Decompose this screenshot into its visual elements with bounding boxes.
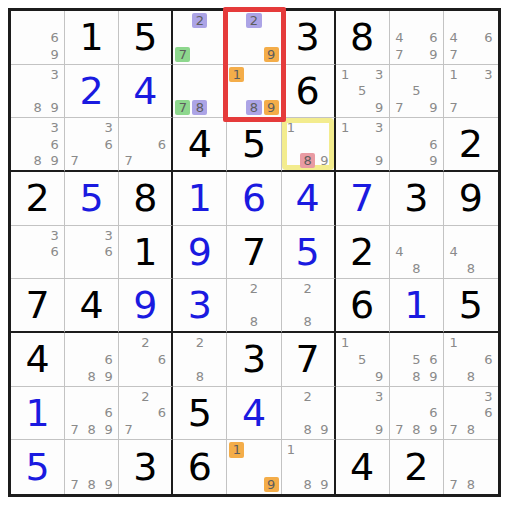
candidate-6: 6 [425, 136, 442, 153]
empty-candidate-slot [354, 368, 371, 385]
candidate-5: 5 [408, 83, 425, 100]
candidate-7: 7 [445, 99, 462, 116]
candidates-grid: 78 [445, 441, 497, 493]
cell-r3c6[interactable]: 189 [282, 118, 336, 172]
cell-r5c7[interactable]: 2 [336, 226, 390, 280]
empty-candidate-slot [337, 99, 354, 116]
candidate-6: 6 [100, 351, 117, 368]
cell-r4c5[interactable]: 6 [227, 172, 281, 226]
empty-candidate-slot [245, 459, 262, 476]
empty-candidate-slot [283, 388, 300, 405]
cell-r7c5[interactable]: 3 [227, 333, 281, 387]
cell-r2c1[interactable]: 389 [11, 65, 65, 119]
given-digit: 2 [444, 118, 498, 170]
empty-candidate-slot [174, 66, 191, 83]
candidates-grid: 69 [391, 119, 442, 169]
candidate-3: 3 [46, 119, 63, 136]
candidate-1: 1 [445, 334, 462, 351]
cell-r9c8[interactable]: 2 [390, 440, 444, 494]
cell-r3c1[interactable]: 3689 [11, 118, 65, 172]
empty-candidate-slot [120, 119, 137, 136]
candidate-7: 7 [391, 421, 408, 438]
candidate-9: 9 [46, 46, 63, 63]
cell-r6c5[interactable]: 28 [227, 279, 281, 333]
given-digit: 5 [444, 279, 498, 331]
candidates-grid: 579 [391, 66, 442, 117]
empty-candidate-slot [354, 66, 371, 83]
candidate-9: 9 [371, 368, 388, 385]
empty-candidate-slot [208, 12, 225, 29]
empty-candidate-slot [137, 368, 154, 385]
empty-candidate-slot [12, 260, 29, 277]
cell-r6c9[interactable]: 5 [444, 279, 498, 333]
empty-candidate-slot [391, 388, 408, 405]
cell-r8c4[interactable]: 5 [173, 387, 227, 441]
cell-r3c7[interactable]: 139 [336, 118, 390, 172]
empty-candidate-slot [228, 476, 245, 493]
candidate-8: 8 [29, 99, 46, 116]
given-digit: 7 [11, 279, 64, 331]
empty-candidate-slot [408, 388, 425, 405]
empty-candidate-slot [408, 244, 425, 261]
empty-candidate-slot [12, 83, 29, 100]
candidate-7: 7 [445, 476, 462, 493]
candidates-grid: 36 [66, 227, 117, 278]
cell-r1c9[interactable]: 467 [444, 11, 498, 65]
candidates-grid: 28 [174, 334, 225, 385]
cell-r3c4[interactable]: 4 [173, 118, 227, 172]
cell-r7c8[interactable]: 5689 [390, 333, 444, 387]
cell-r6c2[interactable]: 4 [65, 279, 119, 333]
candidate-9: 9 [425, 421, 442, 438]
candidates-grid: 78 [174, 66, 225, 117]
given-digit: 8 [336, 11, 389, 64]
empty-candidate-slot [337, 388, 354, 405]
empty-candidate-slot [174, 83, 191, 100]
cell-r4c8[interactable]: 3 [390, 172, 444, 226]
empty-candidate-slot [245, 66, 262, 83]
empty-candidate-slot [391, 227, 408, 244]
candidate-1: 1 [283, 441, 300, 458]
empty-candidate-slot [100, 260, 117, 277]
cell-r2c8[interactable]: 579 [390, 65, 444, 119]
cell-r6c4[interactable]: 3 [173, 279, 227, 333]
candidate-7: 7 [175, 100, 190, 115]
cell-r9c3[interactable]: 3 [119, 440, 173, 494]
solved-digit: 1 [390, 279, 443, 331]
given-digit: 2 [11, 172, 64, 225]
empty-candidate-slot [100, 459, 117, 476]
candidates-grid: 39 [337, 388, 388, 439]
empty-candidate-slot [283, 313, 300, 330]
empty-candidate-slot [391, 260, 408, 277]
candidate-7: 7 [445, 46, 462, 63]
empty-candidate-slot [208, 99, 225, 116]
empty-candidate-slot [337, 421, 354, 438]
empty-candidate-slot [480, 476, 497, 493]
empty-candidate-slot [208, 334, 225, 351]
empty-candidate-slot [120, 405, 137, 422]
empty-candidate-slot [263, 29, 280, 46]
empty-candidate-slot [100, 441, 117, 458]
empty-candidate-slot [480, 99, 497, 116]
candidate-9: 9 [264, 100, 279, 115]
candidates-grid: 159 [337, 334, 388, 385]
given-digit: 4 [336, 440, 389, 494]
empty-candidate-slot [445, 227, 462, 244]
empty-candidate-slot [154, 152, 171, 169]
candidates-grid: 189 [283, 441, 333, 493]
empty-candidate-slot [462, 227, 479, 244]
given-digit: 3 [227, 333, 280, 386]
empty-candidate-slot [425, 119, 442, 136]
empty-candidate-slot [29, 227, 46, 244]
empty-candidate-slot [354, 99, 371, 116]
empty-candidate-slot [29, 12, 46, 29]
empty-candidate-slot [445, 459, 462, 476]
empty-candidate-slot [425, 260, 442, 277]
empty-candidate-slot [12, 12, 29, 29]
candidate-6: 6 [480, 351, 497, 368]
given-digit: 5 [119, 11, 171, 64]
empty-candidate-slot [462, 388, 479, 405]
cell-r9c7[interactable]: 4 [336, 440, 390, 494]
empty-candidate-slot [445, 83, 462, 100]
empty-candidate-slot [263, 83, 280, 100]
empty-candidate-slot [66, 351, 83, 368]
candidates-grid: 48 [445, 227, 497, 278]
cell-r3c5[interactable]: 5 [227, 118, 281, 172]
cell-r6c3[interactable]: 9 [119, 279, 173, 333]
cell-r8c2[interactable]: 6789 [65, 387, 119, 441]
cell-r8c1[interactable]: 1 [11, 387, 65, 441]
cell-r5c3[interactable]: 1 [119, 226, 173, 280]
empty-candidate-slot [391, 66, 408, 83]
empty-candidate-slot [391, 368, 408, 385]
empty-candidate-slot [391, 12, 408, 29]
empty-candidate-slot [120, 368, 137, 385]
given-digit: 9 [444, 172, 498, 225]
cell-r5c6[interactable]: 5 [282, 226, 336, 280]
cell-r6c6[interactable]: 28 [282, 279, 336, 333]
empty-candidate-slot [120, 388, 137, 405]
cell-r3c8[interactable]: 69 [390, 118, 444, 172]
empty-candidate-slot [29, 260, 46, 277]
cell-r1c1[interactable]: 69 [11, 11, 65, 65]
empty-candidate-slot [46, 83, 63, 100]
empty-candidate-slot [120, 351, 137, 368]
empty-candidate-slot [154, 334, 171, 351]
cell-r2c5[interactable]: 189 [227, 65, 281, 119]
empty-candidate-slot [83, 459, 100, 476]
candidate-8: 8 [83, 421, 100, 438]
cell-r5c1[interactable]: 36 [11, 226, 65, 280]
cell-r5c8[interactable]: 48 [390, 226, 444, 280]
empty-candidate-slot [354, 405, 371, 422]
candidate-9: 9 [316, 421, 333, 438]
empty-candidate-slot [12, 227, 29, 244]
cell-r7c1[interactable]: 4 [11, 333, 65, 387]
empty-candidate-slot [66, 441, 83, 458]
empty-candidate-slot [137, 351, 154, 368]
cell-r7c6[interactable]: 7 [282, 333, 336, 387]
cell-r1c6[interactable]: 3 [282, 11, 336, 65]
candidates-grid: 19 [228, 441, 279, 493]
candidate-5: 5 [354, 83, 371, 100]
empty-candidate-slot [154, 421, 171, 438]
empty-candidate-slot [371, 405, 388, 422]
cell-r2c6[interactable]: 6 [282, 65, 336, 119]
empty-candidate-slot [66, 368, 83, 385]
empty-candidate-slot [316, 119, 333, 136]
candidate-9: 9 [100, 421, 117, 438]
empty-candidate-slot [83, 136, 100, 153]
empty-candidate-slot [337, 136, 354, 153]
candidate-5: 5 [408, 351, 425, 368]
cell-r2c9[interactable]: 137 [444, 65, 498, 119]
cell-r8c7[interactable]: 39 [336, 387, 390, 441]
empty-candidate-slot [425, 227, 442, 244]
empty-candidate-slot [299, 459, 316, 476]
candidates-grid: 689 [66, 334, 117, 385]
cell-r2c4[interactable]: 78 [173, 65, 227, 119]
cell-r4c2[interactable]: 5 [65, 172, 119, 226]
empty-candidate-slot [66, 227, 83, 244]
empty-candidate-slot [228, 459, 245, 476]
solved-digit: 7 [336, 172, 389, 225]
cell-r7c9[interactable]: 168 [444, 333, 498, 387]
candidate-7: 7 [175, 47, 190, 62]
empty-candidate-slot [480, 368, 497, 385]
empty-candidate-slot [83, 351, 100, 368]
empty-candidate-slot [316, 297, 333, 314]
empty-candidate-slot [480, 12, 497, 29]
cell-r5c2[interactable]: 36 [65, 226, 119, 280]
candidate-6: 6 [480, 405, 497, 422]
empty-candidate-slot [462, 99, 479, 116]
candidate-7: 7 [391, 99, 408, 116]
empty-candidate-slot [29, 136, 46, 153]
empty-candidate-slot [391, 152, 408, 169]
candidate-2: 2 [299, 388, 316, 405]
cell-r3c2[interactable]: 367 [65, 118, 119, 172]
empty-candidate-slot [228, 83, 245, 100]
empty-candidate-slot [445, 260, 462, 277]
cell-r8c5[interactable]: 4 [227, 387, 281, 441]
empty-candidate-slot [462, 405, 479, 422]
candidates-grid: 28 [228, 280, 279, 330]
cell-r9c4[interactable]: 6 [173, 440, 227, 494]
cell-r9c9[interactable]: 78 [444, 440, 498, 494]
empty-candidate-slot [408, 46, 425, 63]
empty-candidate-slot [480, 459, 497, 476]
cell-r2c7[interactable]: 1359 [336, 65, 390, 119]
cell-r6c7[interactable]: 6 [336, 279, 390, 333]
empty-candidate-slot [283, 297, 300, 314]
cell-r1c2[interactable]: 1 [65, 11, 119, 65]
cell-r2c3[interactable]: 4 [119, 65, 173, 119]
cell-r6c1[interactable]: 7 [11, 279, 65, 333]
solved-digit: 2 [65, 65, 118, 118]
cell-r4c3[interactable]: 8 [119, 172, 173, 226]
empty-candidate-slot [299, 405, 316, 422]
candidate-3: 3 [46, 66, 63, 83]
cell-r6c8[interactable]: 1 [390, 279, 444, 333]
candidates-grid: 26 [120, 334, 170, 385]
cell-r9c6[interactable]: 189 [282, 440, 336, 494]
empty-candidate-slot [462, 29, 479, 46]
empty-candidate-slot [83, 152, 100, 169]
empty-candidate-slot [46, 12, 63, 29]
cell-r7c3[interactable]: 26 [119, 333, 173, 387]
empty-candidate-slot [245, 83, 262, 100]
cell-r4c6[interactable]: 4 [282, 172, 336, 226]
cell-r3c3[interactable]: 67 [119, 118, 173, 172]
cell-r1c3[interactable]: 5 [119, 11, 173, 65]
empty-candidate-slot [208, 83, 225, 100]
candidates-grid: 1359 [337, 66, 388, 117]
cell-r4c4[interactable]: 1 [173, 172, 227, 226]
candidate-7: 7 [120, 421, 137, 438]
candidate-9: 9 [425, 368, 442, 385]
candidate-3: 3 [371, 66, 388, 83]
empty-candidate-slot [371, 83, 388, 100]
cell-r7c4[interactable]: 28 [173, 333, 227, 387]
cell-r3c9[interactable]: 2 [444, 118, 498, 172]
empty-candidate-slot [12, 119, 29, 136]
empty-candidate-slot [245, 476, 262, 493]
empty-candidate-slot [408, 29, 425, 46]
given-digit: 8 [119, 172, 171, 225]
candidates-grid: 189 [283, 119, 333, 169]
empty-candidate-slot [46, 260, 63, 277]
cell-r7c7[interactable]: 159 [336, 333, 390, 387]
cell-r4c7[interactable]: 7 [336, 172, 390, 226]
empty-candidate-slot [408, 152, 425, 169]
empty-candidate-slot [208, 351, 225, 368]
empty-candidate-slot [174, 351, 191, 368]
candidate-8: 8 [83, 476, 100, 493]
candidate-8: 8 [245, 313, 262, 330]
cell-r4c9[interactable]: 9 [444, 172, 498, 226]
empty-candidate-slot [408, 405, 425, 422]
empty-candidate-slot [316, 459, 333, 476]
cell-r1c5[interactable]: 29 [227, 11, 281, 65]
empty-candidate-slot [263, 297, 280, 314]
cell-r8c9[interactable]: 3678 [444, 387, 498, 441]
empty-candidate-slot [425, 66, 442, 83]
empty-candidate-slot [263, 459, 280, 476]
cell-r9c2[interactable]: 789 [65, 440, 119, 494]
candidate-8: 8 [408, 260, 425, 277]
empty-candidate-slot [408, 334, 425, 351]
cell-r2c2[interactable]: 2 [65, 65, 119, 119]
empty-candidate-slot [208, 368, 225, 385]
empty-candidate-slot [263, 313, 280, 330]
cell-r5c5[interactable]: 7 [227, 226, 281, 280]
empty-candidate-slot [12, 244, 29, 261]
empty-candidate-slot [408, 66, 425, 83]
empty-candidate-slot [480, 260, 497, 277]
solved-digit: 4 [227, 387, 280, 440]
empty-candidate-slot [137, 421, 154, 438]
cell-r4c1[interactable]: 2 [11, 172, 65, 226]
empty-candidate-slot [391, 334, 408, 351]
given-digit: 3 [119, 440, 171, 494]
cell-r1c4[interactable]: 27 [173, 11, 227, 65]
empty-candidate-slot [462, 459, 479, 476]
cell-r1c8[interactable]: 4679 [390, 11, 444, 65]
empty-candidate-slot [480, 83, 497, 100]
candidate-6: 6 [46, 29, 63, 46]
given-digit: 3 [390, 172, 443, 225]
empty-candidate-slot [480, 227, 497, 244]
empty-candidate-slot [29, 83, 46, 100]
empty-candidate-slot [228, 46, 245, 63]
empty-candidate-slot [174, 29, 191, 46]
cell-r5c9[interactable]: 48 [444, 226, 498, 280]
empty-candidate-slot [228, 29, 245, 46]
candidates-grid: 67 [120, 119, 170, 169]
candidate-1: 1 [229, 442, 244, 457]
candidate-3: 3 [480, 66, 497, 83]
candidate-2: 2 [191, 334, 208, 351]
empty-candidate-slot [228, 12, 245, 29]
candidates-grid: 48 [391, 227, 442, 278]
given-digit: 5 [173, 387, 226, 440]
empty-candidate-slot [445, 405, 462, 422]
candidate-9: 9 [46, 152, 63, 169]
cell-r9c5[interactable]: 19 [227, 440, 281, 494]
candidate-6: 6 [46, 244, 63, 261]
empty-candidate-slot [66, 260, 83, 277]
cell-r9c1[interactable]: 5 [11, 440, 65, 494]
empty-candidate-slot [462, 351, 479, 368]
candidate-6: 6 [154, 405, 171, 422]
empty-candidate-slot [191, 46, 208, 63]
candidates-grid: 389 [12, 66, 63, 117]
cell-r8c6[interactable]: 289 [282, 387, 336, 441]
candidate-2: 2 [246, 13, 261, 28]
empty-candidate-slot [371, 351, 388, 368]
cell-r7c2[interactable]: 689 [65, 333, 119, 387]
given-digit: 4 [11, 333, 64, 386]
empty-candidate-slot [100, 334, 117, 351]
candidate-6: 6 [154, 351, 171, 368]
empty-candidate-slot [120, 334, 137, 351]
cell-r8c3[interactable]: 267 [119, 387, 173, 441]
empty-candidate-slot [66, 334, 83, 351]
cell-r5c4[interactable]: 9 [173, 226, 227, 280]
candidate-8: 8 [299, 313, 316, 330]
empty-candidate-slot [445, 12, 462, 29]
candidate-3: 3 [371, 388, 388, 405]
empty-candidate-slot [354, 152, 371, 169]
cell-r8c8[interactable]: 6789 [390, 387, 444, 441]
cell-r1c7[interactable]: 8 [336, 11, 390, 65]
empty-candidate-slot [462, 46, 479, 63]
empty-candidate-slot [83, 388, 100, 405]
empty-candidate-slot [299, 119, 316, 136]
candidate-3: 3 [100, 227, 117, 244]
candidate-6: 6 [425, 351, 442, 368]
solved-digit: 3 [173, 279, 226, 331]
candidate-8: 8 [192, 100, 207, 115]
candidate-1: 1 [337, 334, 354, 351]
candidate-6: 6 [100, 244, 117, 261]
candidate-7: 7 [66, 476, 83, 493]
empty-candidate-slot [391, 351, 408, 368]
